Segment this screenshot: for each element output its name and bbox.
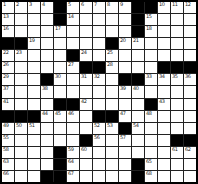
clue-number: 9 xyxy=(120,2,123,7)
clue-number: 2 xyxy=(16,2,19,7)
grid-cell[interactable]: 3 xyxy=(28,2,40,13)
grid-cell[interactable]: 41 xyxy=(2,99,14,110)
black-cell xyxy=(2,111,14,122)
grid-cell[interactable] xyxy=(93,50,105,61)
grid-cell[interactable]: 27 xyxy=(67,62,79,73)
grid-cell[interactable] xyxy=(41,26,53,37)
grid-cell[interactable] xyxy=(80,159,92,170)
grid-cell[interactable] xyxy=(106,135,118,146)
grid-cell[interactable] xyxy=(106,74,118,85)
grid-cell[interactable] xyxy=(28,159,40,170)
grid-cell[interactable] xyxy=(184,26,196,37)
grid-cell[interactable] xyxy=(28,26,40,37)
grid-cell[interactable]: 51 xyxy=(28,123,40,134)
grid-cell[interactable]: 31 xyxy=(80,74,92,85)
grid-cell[interactable]: 14 xyxy=(67,14,79,25)
grid-cell[interactable] xyxy=(15,99,27,110)
clue-number: 1 xyxy=(3,2,6,7)
grid-cell[interactable]: 6 xyxy=(80,2,92,13)
clue-number: 58 xyxy=(3,147,8,152)
grid-cell[interactable]: 43 xyxy=(158,99,170,110)
grid-cell[interactable]: 58 xyxy=(2,147,14,158)
black-cell xyxy=(106,38,118,49)
grid-cell[interactable]: 40 xyxy=(132,86,144,97)
clue-number: 47 xyxy=(120,111,125,116)
clue-number: 32 xyxy=(94,74,99,79)
crossword-grid: 1234567891011121314151617181920212223242… xyxy=(0,0,198,184)
clue-number: 23 xyxy=(16,50,21,55)
clue-number: 60 xyxy=(81,147,86,152)
grid-cell[interactable] xyxy=(93,26,105,37)
clue-number: 48 xyxy=(146,111,151,116)
grid-cell[interactable]: 33 xyxy=(145,74,157,85)
grid-cell[interactable]: 37 xyxy=(2,86,14,97)
black-cell xyxy=(145,2,157,13)
grid-cell[interactable] xyxy=(67,38,79,49)
grid-cell[interactable] xyxy=(158,135,170,146)
grid-cell[interactable]: 64 xyxy=(67,159,79,170)
black-cell xyxy=(132,14,144,25)
grid-cell[interactable] xyxy=(158,50,170,61)
grid-cell[interactable] xyxy=(158,147,170,158)
grid-cell[interactable]: 39 xyxy=(119,86,131,97)
clue-number: 21 xyxy=(133,38,138,43)
grid-cell[interactable] xyxy=(54,86,66,97)
clue-number: 24 xyxy=(81,50,86,55)
grid-cell[interactable] xyxy=(145,62,157,73)
clue-number: 68 xyxy=(146,171,151,176)
clue-number: 7 xyxy=(94,2,97,7)
clue-number: 19 xyxy=(29,38,34,43)
grid-cell[interactable] xyxy=(184,14,196,25)
grid-cell[interactable]: 8 xyxy=(106,2,118,13)
grid-cell[interactable] xyxy=(15,62,27,73)
clue-number: 50 xyxy=(16,123,21,128)
grid-cell[interactable]: 65 xyxy=(145,159,157,170)
grid-cell[interactable]: 1 xyxy=(2,2,14,13)
grid-cell[interactable]: 22 xyxy=(2,50,14,61)
grid-cell[interactable] xyxy=(145,135,157,146)
grid-cell[interactable] xyxy=(132,62,144,73)
grid-cell[interactable] xyxy=(119,14,131,25)
clue-number: 31 xyxy=(81,74,86,79)
grid-cell[interactable] xyxy=(119,26,131,37)
clue-number: 57 xyxy=(120,135,125,140)
grid-cell[interactable] xyxy=(132,99,144,110)
clue-number: 65 xyxy=(146,159,151,164)
grid-cell[interactable] xyxy=(54,38,66,49)
grid-cell[interactable] xyxy=(93,38,105,49)
clue-number: 25 xyxy=(107,50,112,55)
grid-cell[interactable] xyxy=(41,14,53,25)
grid-cell[interactable] xyxy=(184,86,196,97)
grid-cell[interactable]: 36 xyxy=(184,74,196,85)
clue-number: 15 xyxy=(146,14,151,19)
grid-cell[interactable] xyxy=(184,171,196,182)
grid-cell[interactable] xyxy=(171,111,183,122)
grid-cell[interactable] xyxy=(93,14,105,25)
grid-cell[interactable]: 17 xyxy=(54,26,66,37)
clue-number: 42 xyxy=(81,99,86,104)
grid-cell[interactable] xyxy=(119,159,131,170)
grid-cell[interactable] xyxy=(171,99,183,110)
grid-cell[interactable] xyxy=(67,26,79,37)
grid-cell[interactable] xyxy=(158,14,170,25)
black-cell xyxy=(54,171,66,182)
clue-number: 49 xyxy=(3,123,8,128)
grid-cell[interactable] xyxy=(15,159,27,170)
grid-cell[interactable] xyxy=(93,159,105,170)
grid-cell[interactable] xyxy=(132,135,144,146)
grid-cell[interactable]: 20 xyxy=(119,38,131,49)
grid-cell[interactable] xyxy=(171,14,183,25)
grid-cell[interactable]: 34 xyxy=(158,74,170,85)
clue-number: 36 xyxy=(185,74,190,79)
grid-cell[interactable]: 28 xyxy=(106,62,118,73)
grid-cell[interactable]: 10 xyxy=(158,2,170,13)
grid-cell[interactable] xyxy=(80,171,92,182)
clue-number: 55 xyxy=(3,135,8,140)
black-cell xyxy=(132,171,144,182)
grid-cell[interactable]: 16 xyxy=(2,26,14,37)
grid-cell[interactable] xyxy=(67,123,79,134)
clue-number: 28 xyxy=(107,62,112,67)
grid-cell[interactable] xyxy=(93,99,105,110)
grid-cell[interactable] xyxy=(41,147,53,158)
grid-cell[interactable]: 59 xyxy=(67,147,79,158)
grid-cell[interactable] xyxy=(119,50,131,61)
clue-number: 11 xyxy=(172,2,177,7)
grid-cell[interactable] xyxy=(67,135,79,146)
black-cell xyxy=(93,111,105,122)
grid-cell[interactable] xyxy=(158,111,170,122)
clue-number: 40 xyxy=(133,86,138,91)
clue-number: 12 xyxy=(185,2,190,7)
grid-cell[interactable]: 18 xyxy=(145,26,157,37)
grid-cell[interactable]: 53 xyxy=(106,123,118,134)
grid-cell[interactable]: 54 xyxy=(132,123,144,134)
black-cell xyxy=(184,135,196,146)
clue-number: 33 xyxy=(146,74,151,79)
grid-cell[interactable] xyxy=(54,62,66,73)
clue-number: 45 xyxy=(55,111,60,116)
clue-number: 27 xyxy=(68,62,73,67)
grid-cell[interactable]: 63 xyxy=(2,159,14,170)
black-cell xyxy=(54,159,66,170)
grid-cell[interactable] xyxy=(28,74,40,85)
grid-cell[interactable] xyxy=(184,99,196,110)
clue-number: 22 xyxy=(3,50,8,55)
grid-cell[interactable] xyxy=(171,171,183,182)
grid-cell[interactable]: 25 xyxy=(106,50,118,61)
grid-cell[interactable]: 47 xyxy=(119,111,131,122)
grid-cell[interactable] xyxy=(145,50,157,61)
grid-cell[interactable] xyxy=(80,26,92,37)
grid-cell[interactable] xyxy=(184,38,196,49)
grid-cell[interactable] xyxy=(145,147,157,158)
grid-cell[interactable]: 48 xyxy=(145,111,157,122)
grid-cell[interactable]: 61 xyxy=(171,147,183,158)
grid-cell[interactable]: 52 xyxy=(93,123,105,134)
grid-cell[interactable] xyxy=(15,86,27,97)
grid-cell[interactable] xyxy=(145,86,157,97)
grid-cell[interactable] xyxy=(41,159,53,170)
grid-cell[interactable] xyxy=(28,147,40,158)
grid-cell[interactable] xyxy=(80,111,92,122)
grid-cell[interactable] xyxy=(158,171,170,182)
black-cell xyxy=(54,14,66,25)
grid-cell[interactable] xyxy=(28,86,40,97)
grid-cell[interactable] xyxy=(28,99,40,110)
black-cell xyxy=(67,50,79,61)
black-cell xyxy=(145,99,157,110)
grid-cell[interactable]: 11 xyxy=(171,2,183,13)
grid-cell[interactable] xyxy=(15,171,27,182)
black-cell xyxy=(41,74,53,85)
clue-number: 8 xyxy=(107,2,110,7)
grid-cell[interactable] xyxy=(106,99,118,110)
grid-cell[interactable]: 13 xyxy=(2,14,14,25)
clue-number: 63 xyxy=(3,159,8,164)
clue-number: 52 xyxy=(94,123,99,128)
grid-cell[interactable]: 57 xyxy=(119,135,131,146)
clue-number: 41 xyxy=(3,99,8,104)
clue-number: 56 xyxy=(94,135,99,140)
clue-number: 14 xyxy=(68,14,73,19)
grid-cell[interactable] xyxy=(158,86,170,97)
grid-cell[interactable]: 9 xyxy=(119,2,131,13)
grid-cell[interactable] xyxy=(41,62,53,73)
grid-cell[interactable] xyxy=(184,159,196,170)
grid-cell[interactable] xyxy=(145,123,157,134)
black-cell xyxy=(41,171,53,182)
grid-cell[interactable]: 19 xyxy=(28,38,40,49)
black-cell xyxy=(54,147,66,158)
black-cell xyxy=(106,111,118,122)
grid-cell[interactable]: 5 xyxy=(67,2,79,13)
clue-number: 39 xyxy=(120,86,125,91)
black-cell xyxy=(158,62,170,73)
grid-cell[interactable] xyxy=(158,159,170,170)
grid-cell[interactable]: 62 xyxy=(184,147,196,158)
black-cell xyxy=(80,135,92,146)
black-cell xyxy=(80,62,92,73)
grid-cell[interactable] xyxy=(80,123,92,134)
clue-number: 66 xyxy=(3,171,8,176)
grid-cell[interactable] xyxy=(106,26,118,37)
clue-number: 13 xyxy=(3,14,8,19)
grid-cell[interactable] xyxy=(171,86,183,97)
grid-cell[interactable] xyxy=(119,147,131,158)
clue-number: 54 xyxy=(133,123,138,128)
black-cell xyxy=(15,111,27,122)
clue-number: 44 xyxy=(42,111,47,116)
clue-number: 43 xyxy=(159,99,164,104)
grid-cell[interactable] xyxy=(158,38,170,49)
black-cell xyxy=(93,62,105,73)
grid-cell[interactable] xyxy=(93,86,105,97)
clue-number: 26 xyxy=(3,62,8,67)
black-cell xyxy=(184,62,196,73)
grid-cell[interactable] xyxy=(171,50,183,61)
black-cell xyxy=(132,2,144,13)
grid-cell[interactable]: 50 xyxy=(15,123,27,134)
clue-number: 62 xyxy=(185,147,190,152)
grid-cell[interactable] xyxy=(41,123,53,134)
clue-number: 10 xyxy=(159,2,164,7)
grid-cell[interactable]: 23 xyxy=(15,50,27,61)
grid-cell[interactable]: 42 xyxy=(80,99,92,110)
grid-cell[interactable] xyxy=(106,159,118,170)
grid-cell[interactable] xyxy=(28,171,40,182)
grid-cell[interactable]: 46 xyxy=(67,111,79,122)
grid-cell[interactable] xyxy=(171,26,183,37)
grid-cell[interactable]: 32 xyxy=(93,74,105,85)
grid-cell[interactable] xyxy=(145,38,157,49)
black-cell xyxy=(15,38,27,49)
clue-number: 18 xyxy=(146,26,151,31)
grid-cell[interactable] xyxy=(28,14,40,25)
grid-cell[interactable] xyxy=(15,135,27,146)
grid-cell[interactable] xyxy=(106,171,118,182)
grid-cell[interactable]: 35 xyxy=(171,74,183,85)
grid-cell[interactable] xyxy=(184,50,196,61)
grid-cell[interactable]: 56 xyxy=(93,135,105,146)
clue-number: 20 xyxy=(120,38,125,43)
grid-cell[interactable] xyxy=(93,147,105,158)
grid-cell[interactable]: 7 xyxy=(93,2,105,13)
grid-cell[interactable] xyxy=(106,86,118,97)
grid-cell[interactable] xyxy=(184,111,196,122)
grid-cell[interactable]: 2 xyxy=(15,2,27,13)
grid-cell[interactable]: 38 xyxy=(41,86,53,97)
clue-number: 38 xyxy=(42,86,47,91)
grid-cell[interactable] xyxy=(67,74,79,85)
grid-cell[interactable] xyxy=(132,50,144,61)
clue-number: 29 xyxy=(3,74,8,79)
grid-cell[interactable]: 66 xyxy=(2,171,14,182)
grid-cell[interactable] xyxy=(15,74,27,85)
grid-cell[interactable] xyxy=(119,62,131,73)
black-cell xyxy=(171,135,183,146)
clue-number: 67 xyxy=(68,171,73,176)
clue-number: 30 xyxy=(55,74,60,79)
black-cell xyxy=(132,159,144,170)
grid-cell[interactable]: 45 xyxy=(54,111,66,122)
black-cell xyxy=(54,2,66,13)
clue-number: 64 xyxy=(68,159,73,164)
clue-number: 37 xyxy=(3,86,8,91)
clue-number: 17 xyxy=(55,26,60,31)
grid-cell[interactable]: 29 xyxy=(2,74,14,85)
grid-cell[interactable] xyxy=(119,171,131,182)
black-cell xyxy=(67,99,79,110)
grid-cell[interactable] xyxy=(54,50,66,61)
grid-cell[interactable] xyxy=(158,26,170,37)
grid-cell[interactable]: 15 xyxy=(145,14,157,25)
grid-cell[interactable] xyxy=(54,123,66,134)
clue-number: 51 xyxy=(29,123,34,128)
clue-number: 3 xyxy=(29,2,32,7)
grid-cell[interactable] xyxy=(106,147,118,158)
black-cell xyxy=(132,74,144,85)
grid-cell[interactable] xyxy=(132,147,144,158)
grid-cell[interactable] xyxy=(132,111,144,122)
clue-number: 16 xyxy=(3,26,8,31)
grid-cell[interactable] xyxy=(80,38,92,49)
grid-cell[interactable] xyxy=(171,38,183,49)
grid-cell[interactable] xyxy=(54,135,66,146)
grid-cell[interactable] xyxy=(171,123,183,134)
grid-cell[interactable]: 24 xyxy=(80,50,92,61)
grid-cell[interactable]: 67 xyxy=(67,171,79,182)
black-cell xyxy=(119,123,131,134)
grid-cell[interactable]: 68 xyxy=(145,171,157,182)
black-cell xyxy=(132,26,144,37)
black-cell xyxy=(171,62,183,73)
grid-cell[interactable]: 30 xyxy=(54,74,66,85)
grid-cell[interactable] xyxy=(28,50,40,61)
grid-cell[interactable] xyxy=(41,38,53,49)
grid-cell[interactable] xyxy=(15,14,27,25)
grid-cell[interactable] xyxy=(67,86,79,97)
clue-number: 46 xyxy=(68,111,73,116)
grid-cell[interactable] xyxy=(41,135,53,146)
grid-cell[interactable] xyxy=(158,123,170,134)
clue-number: 5 xyxy=(68,2,71,7)
grid-cell[interactable] xyxy=(171,159,183,170)
clue-number: 61 xyxy=(172,147,177,152)
grid-cell[interactable]: 4 xyxy=(41,2,53,13)
grid-cell[interactable] xyxy=(93,171,105,182)
clue-number: 53 xyxy=(107,123,112,128)
black-cell xyxy=(2,38,14,49)
grid-cell[interactable] xyxy=(28,62,40,73)
grid-cell[interactable]: 55 xyxy=(2,135,14,146)
grid-cell[interactable] xyxy=(106,14,118,25)
grid-cell[interactable] xyxy=(28,135,40,146)
grid-cell[interactable] xyxy=(119,99,131,110)
grid-cell[interactable]: 49 xyxy=(2,123,14,134)
clue-number: 4 xyxy=(42,2,45,7)
grid-cell[interactable] xyxy=(80,86,92,97)
grid-cell[interactable]: 12 xyxy=(184,2,196,13)
grid-cell[interactable] xyxy=(15,26,27,37)
black-cell xyxy=(28,111,40,122)
grid-cell[interactable] xyxy=(15,147,27,158)
grid-cell[interactable] xyxy=(41,50,53,61)
clue-number: 6 xyxy=(81,2,84,7)
grid-cell[interactable]: 60 xyxy=(80,147,92,158)
black-cell xyxy=(54,99,66,110)
grid-cell[interactable]: 26 xyxy=(2,62,14,73)
grid-cell[interactable] xyxy=(80,14,92,25)
clue-number: 35 xyxy=(172,74,177,79)
clue-number: 34 xyxy=(159,74,164,79)
black-cell xyxy=(119,74,131,85)
grid-cell[interactable] xyxy=(184,123,196,134)
clue-number: 59 xyxy=(68,147,73,152)
grid-cell[interactable]: 21 xyxy=(132,38,144,49)
grid-cell[interactable]: 44 xyxy=(41,111,53,122)
grid-cell[interactable] xyxy=(41,99,53,110)
